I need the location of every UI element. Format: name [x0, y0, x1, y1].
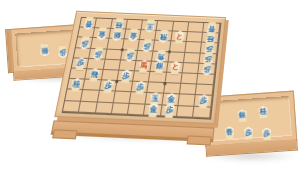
- board-cell[interactable]: [126, 20, 143, 31]
- shogi-board: 香桂王香金銀金飛と桂歩歩歩歩歩角歩歩馬銀と歩飛歩桂歩歩玉金歩金歩: [51, 11, 227, 142]
- shogi-piece-s[interactable]: 銀: [236, 109, 249, 123]
- board-cell[interactable]: [197, 74, 214, 85]
- board-cell[interactable]: [188, 22, 205, 33]
- board-foot-right: [187, 135, 212, 145]
- gote-tray-side-face: [5, 29, 14, 73]
- shogi-piece-p[interactable]: 歩: [242, 126, 255, 140]
- shogi-piece-n[interactable]: 桂: [257, 105, 270, 119]
- board-cell[interactable]: [168, 52, 185, 63]
- board-foot-left: [52, 129, 77, 139]
- board-cell[interactable]: [184, 53, 201, 64]
- board-cell[interactable]: [119, 60, 137, 71]
- shogi-piece-p[interactable]: 歩: [260, 127, 273, 141]
- board-cell[interactable]: [128, 103, 146, 115]
- board-cell[interactable]: [177, 106, 195, 118]
- board-cell[interactable]: [187, 32, 204, 43]
- board-cell[interactable]: [179, 95, 197, 107]
- board-surface: 香桂王香金銀金飛と桂歩歩歩歩歩角歩歩馬銀と歩飛歩桂歩歩玉金歩金歩: [54, 11, 226, 124]
- board-cell[interactable]: [164, 83, 182, 94]
- board-cell[interactable]: [196, 85, 213, 96]
- board-cell[interactable]: [181, 73, 198, 84]
- board-cell[interactable]: [114, 92, 132, 104]
- sente-tray-floor: 銀桂香歩歩: [207, 96, 292, 142]
- board-cell[interactable]: [180, 84, 197, 95]
- board-cell[interactable]: [137, 51, 154, 62]
- board-cell[interactable]: [183, 63, 200, 74]
- board-cell[interactable]: [112, 103, 130, 115]
- board-cell[interactable]: [185, 42, 202, 53]
- board-cell[interactable]: [172, 22, 189, 33]
- shogi-piece-s[interactable]: 銀: [38, 43, 51, 57]
- shogi-set-scene: 銀歩香 銀桂香歩歩 香桂王香金銀金飛と桂歩歩歩歩歩角歩歩馬銀と歩飛歩桂歩歩玉金歩…: [0, 0, 300, 174]
- board-cell[interactable]: [157, 21, 174, 32]
- shogi-piece-l[interactable]: 香: [223, 126, 236, 140]
